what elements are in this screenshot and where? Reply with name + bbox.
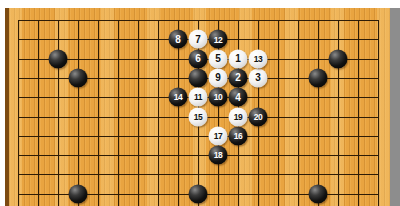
stone-black-setup[interactable] [69,184,88,203]
stone-black-move-6[interactable]: 6 [189,49,208,68]
grid-line-vertical [118,20,119,206]
grid-line-vertical [138,20,139,206]
stone-move-number: 6 [195,54,201,64]
stone-black-move-12[interactable]: 12 [209,30,228,49]
stone-black-setup[interactable] [189,68,208,87]
grid-line-vertical [58,20,59,206]
board-right-edge-shadow [390,8,400,206]
stone-move-number: 15 [194,112,202,121]
stone-move-number: 20 [254,112,262,121]
stone-white-move-3[interactable]: 3 [249,68,268,87]
stone-black-move-8[interactable]: 8 [169,30,188,49]
stone-move-number: 1 [235,54,241,64]
stone-white-move-19[interactable]: 19 [229,107,248,126]
grid-line-vertical [38,20,39,206]
stone-move-number: 12 [214,35,222,44]
grid-line-vertical [318,20,319,206]
stone-black-setup[interactable] [309,68,328,87]
stone-black-setup[interactable] [189,184,208,203]
stone-white-move-9[interactable]: 9 [209,68,228,87]
stone-move-number: 5 [215,54,221,64]
stone-black-move-2[interactable]: 2 [229,68,248,87]
stone-black-move-20[interactable]: 20 [249,107,268,126]
stone-black-move-16[interactable]: 16 [229,126,248,145]
stone-white-move-11[interactable]: 11 [189,88,208,107]
stone-black-setup[interactable] [329,49,348,68]
stone-move-number: 13 [254,54,262,63]
grid-line-vertical [298,20,299,206]
screenshot-root: 1234567891011121314151617181920 [0,0,400,206]
grid-line-vertical [278,20,279,206]
stone-black-move-4[interactable]: 4 [229,88,248,107]
stone-white-move-1[interactable]: 1 [229,49,248,68]
grid-line-vertical [338,20,339,206]
stone-move-number: 14 [174,93,182,102]
stone-black-move-10[interactable]: 10 [209,88,228,107]
stone-move-number: 9 [215,73,221,83]
stone-move-number: 11 [194,93,202,102]
stone-white-move-13[interactable]: 13 [249,49,268,68]
stone-move-number: 2 [235,73,241,83]
grid-line-vertical [18,20,19,206]
stone-move-number: 3 [255,73,261,83]
stone-black-setup[interactable] [309,184,328,203]
stone-black-move-14[interactable]: 14 [169,88,188,107]
stone-white-move-5[interactable]: 5 [209,49,228,68]
grid-line-vertical [358,20,359,206]
stone-white-move-7[interactable]: 7 [189,30,208,49]
stone-move-number: 18 [214,151,222,160]
go-board[interactable]: 1234567891011121314151617181920 [5,8,390,206]
stone-move-number: 8 [175,34,181,44]
stone-move-number: 19 [234,112,242,121]
grid-line-vertical [98,20,99,206]
stone-black-move-18[interactable]: 18 [209,146,228,165]
grid-line-vertical [78,20,79,206]
stone-black-setup[interactable] [69,68,88,87]
grid-line-vertical [378,20,379,206]
stone-move-number: 10 [214,93,222,102]
stone-move-number: 16 [234,132,242,141]
stone-move-number: 4 [235,92,241,102]
grid-line-vertical [158,20,159,206]
stone-white-move-15[interactable]: 15 [189,107,208,126]
stone-move-number: 7 [195,34,201,44]
stone-move-number: 17 [214,132,222,141]
stone-white-move-17[interactable]: 17 [209,126,228,145]
stone-black-setup[interactable] [49,49,68,68]
